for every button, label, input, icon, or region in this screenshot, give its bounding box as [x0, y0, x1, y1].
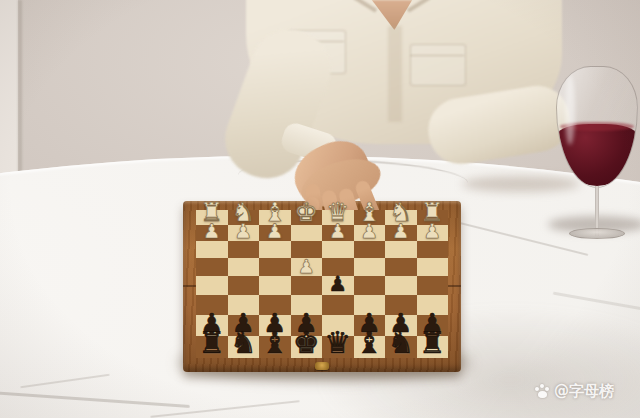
chess-piece-bB[interactable]: ♝	[356, 328, 383, 358]
square-d6[interactable]	[322, 295, 354, 315]
chess-board: ♜♞♝♚♛♝♞♜♟♟♟♟♟♟♟♟♟♟♟♟♟♟♟♟♜♞♝♚♛♝♞♜	[183, 201, 461, 372]
square-a8[interactable]: ♜	[417, 336, 449, 358]
chess-piece-wP[interactable]: ♟	[234, 221, 252, 241]
wall-edge-line	[18, 0, 22, 190]
square-c4[interactable]	[354, 258, 386, 276]
chess-piece-wP[interactable]: ♟	[423, 221, 441, 241]
square-h4[interactable]	[196, 258, 228, 276]
square-f4[interactable]	[259, 258, 291, 276]
square-h8[interactable]: ♜	[196, 336, 228, 358]
square-g5[interactable]	[228, 276, 260, 295]
square-b4[interactable]	[385, 258, 417, 276]
watermark-text: @字母榜	[554, 382, 614, 401]
square-g2[interactable]: ♟	[228, 225, 260, 241]
wine-glass-bowl	[556, 66, 638, 188]
photo-scene: ♜♞♝♚♛♝♞♜♟♟♟♟♟♟♟♟♟♟♟♟♟♟♟♟♜♞♝♚♛♝♞♜ @字母榜	[0, 0, 640, 418]
chess-piece-bQ[interactable]: ♛	[324, 328, 351, 358]
chess-piece-bN[interactable]: ♞	[230, 328, 257, 358]
paw-icon	[534, 384, 550, 399]
chess-piece-bN[interactable]: ♞	[387, 328, 414, 358]
square-c5[interactable]	[354, 276, 386, 295]
square-h2[interactable]: ♟	[196, 225, 228, 241]
square-h5[interactable]	[196, 276, 228, 295]
square-b8[interactable]: ♞	[385, 336, 417, 358]
square-d2[interactable]: ♟	[322, 225, 354, 241]
chess-piece-wP[interactable]: ♟	[360, 221, 378, 241]
square-a2[interactable]: ♟	[417, 225, 449, 241]
watermark: @字母榜	[534, 382, 614, 401]
chess-piece-wP[interactable]: ♟	[266, 221, 284, 241]
wine-glass-foot	[569, 228, 625, 239]
square-b3[interactable]	[385, 241, 417, 258]
chess-piece-wK[interactable]: ♚	[295, 199, 318, 225]
square-h3[interactable]	[196, 241, 228, 258]
square-f5[interactable]	[259, 276, 291, 295]
shirt-placket	[388, 26, 402, 122]
square-f8[interactable]: ♝	[259, 336, 291, 358]
square-e8[interactable]: ♚	[291, 336, 323, 358]
chess-piece-bR[interactable]: ♜	[419, 328, 446, 358]
wine-glass	[556, 66, 638, 236]
square-e2[interactable]	[291, 225, 323, 241]
shirt-pocket-right	[410, 44, 466, 86]
square-a3[interactable]	[417, 241, 449, 258]
square-b2[interactable]: ♟	[385, 225, 417, 241]
chess-piece-bR[interactable]: ♜	[198, 328, 225, 358]
chess-piece-bB[interactable]: ♝	[261, 328, 288, 358]
square-d5[interactable]: ♟	[322, 276, 354, 295]
chess-piece-bP[interactable]: ♟	[328, 274, 347, 295]
square-e1[interactable]: ♚	[291, 210, 323, 225]
square-f2[interactable]: ♟	[259, 225, 291, 241]
chess-piece-wP[interactable]: ♟	[392, 221, 410, 241]
square-c3[interactable]	[354, 241, 386, 258]
square-f3[interactable]	[259, 241, 291, 258]
square-a4[interactable]	[417, 258, 449, 276]
chess-piece-bK[interactable]: ♚	[293, 328, 320, 358]
brass-clasp	[315, 362, 329, 370]
wall-light-strip	[0, 0, 18, 200]
glass-highlight	[565, 75, 575, 145]
square-a5[interactable]	[417, 276, 449, 295]
square-e4[interactable]: ♟	[291, 258, 323, 276]
pocket-flap	[410, 55, 464, 56]
chess-piece-wP[interactable]: ♟	[203, 221, 221, 241]
square-d3[interactable]	[322, 241, 354, 258]
chess-piece-wP[interactable]: ♟	[329, 221, 347, 241]
square-c8[interactable]: ♝	[354, 336, 386, 358]
square-d8[interactable]: ♛	[322, 336, 354, 358]
square-e5[interactable]	[291, 276, 323, 295]
square-g4[interactable]	[228, 258, 260, 276]
chess-board-grid: ♜♞♝♚♛♝♞♜♟♟♟♟♟♟♟♟♟♟♟♟♟♟♟♟♜♞♝♚♛♝♞♜	[196, 210, 448, 358]
square-g3[interactable]	[228, 241, 260, 258]
square-g8[interactable]: ♞	[228, 336, 260, 358]
chess-piece-wP[interactable]: ♟	[298, 257, 315, 276]
square-c2[interactable]: ♟	[354, 225, 386, 241]
square-b5[interactable]	[385, 276, 417, 295]
